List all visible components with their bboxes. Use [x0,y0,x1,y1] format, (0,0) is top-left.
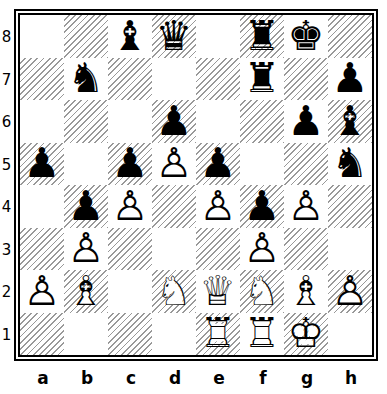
square-b8[interactable] [64,15,108,58]
rank-label-5: 5 [0,144,13,187]
black-pawn-c5: ♟ [112,143,149,184]
white-pawn-e4: ♙ [200,186,237,227]
square-e1[interactable]: ♖ [196,313,240,356]
white-pawn-f3: ♙ [244,228,281,269]
square-b2[interactable]: ♗ [64,270,108,313]
board-frame-outer: ♝♛♜♚♞♜♟♟♟♝♟♟♙♟♞♟♙♙♟♙♙♙♙♗♘♕♘♗♙♖♖♔ [14,9,378,361]
square-g3[interactable] [284,228,328,271]
square-e3[interactable] [196,228,240,271]
board-grid: ♝♛♜♚♞♜♟♟♟♝♟♟♙♟♞♟♙♙♟♙♙♙♙♗♘♕♘♗♙♖♖♔ [20,15,372,355]
square-a8[interactable] [20,15,64,58]
white-pawn-g4: ♙ [288,186,325,227]
square-b7[interactable]: ♞ [64,58,108,101]
square-f6[interactable] [240,100,284,143]
white-rook-e1: ♖ [200,313,237,354]
square-h6[interactable]: ♝ [328,100,372,143]
file-label-c: c [109,366,153,390]
square-a1[interactable] [20,313,64,356]
black-king-g8: ♚ [288,16,325,57]
black-pawn-a5: ♟ [24,143,61,184]
rank-label-6: 6 [0,101,13,144]
square-f5[interactable] [240,143,284,186]
square-f1[interactable]: ♖ [240,313,284,356]
board-frame-inner: ♝♛♜♚♞♜♟♟♟♝♟♟♙♟♞♟♙♙♟♙♙♙♙♗♘♕♘♗♙♖♖♔ [18,13,374,357]
black-rook-f8: ♜ [244,16,281,57]
square-f4[interactable]: ♟ [240,185,284,228]
black-pawn-b4: ♟ [68,186,105,227]
square-d4[interactable] [152,185,196,228]
white-rook-f1: ♖ [244,313,281,354]
square-c1[interactable] [108,313,152,356]
square-g7[interactable] [284,58,328,101]
square-h7[interactable]: ♟ [328,58,372,101]
square-f8[interactable]: ♜ [240,15,284,58]
square-b6[interactable] [64,100,108,143]
square-b3[interactable]: ♙ [64,228,108,271]
square-a2[interactable]: ♙ [20,270,64,313]
square-f3[interactable]: ♙ [240,228,284,271]
file-label-d: d [153,366,197,390]
square-g2[interactable]: ♗ [284,270,328,313]
square-b1[interactable] [64,313,108,356]
black-knight-h5: ♞ [332,143,369,184]
file-label-g: g [285,366,329,390]
square-h5[interactable]: ♞ [328,143,372,186]
square-c2[interactable] [108,270,152,313]
square-a6[interactable] [20,100,64,143]
rank-label-8: 8 [0,16,13,59]
square-a4[interactable] [20,185,64,228]
white-pawn-b3: ♙ [68,228,105,269]
square-g5[interactable] [284,143,328,186]
square-g4[interactable]: ♙ [284,185,328,228]
black-pawn-d6: ♟ [156,101,193,142]
rank-label-7: 7 [0,59,13,102]
rank-label-1: 1 [0,314,13,357]
square-h8[interactable] [328,15,372,58]
square-c6[interactable] [108,100,152,143]
square-c5[interactable]: ♟ [108,143,152,186]
square-e8[interactable] [196,15,240,58]
file-labels: abcdefgh [21,366,373,390]
square-h4[interactable] [328,185,372,228]
square-e2[interactable]: ♕ [196,270,240,313]
file-label-a: a [21,366,65,390]
square-d5[interactable]: ♙ [152,143,196,186]
square-d1[interactable] [152,313,196,356]
square-a5[interactable]: ♟ [20,143,64,186]
square-b5[interactable] [64,143,108,186]
square-g8[interactable]: ♚ [284,15,328,58]
square-e4[interactable]: ♙ [196,185,240,228]
black-rook-f7: ♜ [244,58,281,99]
square-h1[interactable] [328,313,372,356]
white-pawn-h2: ♙ [332,271,369,312]
rank-label-3: 3 [0,229,13,272]
square-c8[interactable]: ♝ [108,15,152,58]
square-g1[interactable]: ♔ [284,313,328,356]
black-pawn-e5: ♟ [200,143,237,184]
white-pawn-a2: ♙ [24,271,61,312]
chess-diagram: 87654321 ♝♛♜♚♞♜♟♟♟♝♟♟♙♟♞♟♙♙♟♙♙♙♙♗♘♕♘♗♙♖♖… [0,0,387,394]
square-b4[interactable]: ♟ [64,185,108,228]
square-c3[interactable] [108,228,152,271]
black-pawn-f4: ♟ [244,186,281,227]
file-label-h: h [329,366,373,390]
file-label-b: b [65,366,109,390]
rank-labels: 87654321 [0,16,13,356]
square-d8[interactable]: ♛ [152,15,196,58]
white-knight-d2: ♘ [156,271,193,312]
black-queen-d8: ♛ [156,16,193,57]
black-bishop-c8: ♝ [112,16,149,57]
white-king-g1: ♔ [288,313,325,354]
rank-label-4: 4 [0,186,13,229]
black-pawn-h7: ♟ [332,58,369,99]
square-h3[interactable] [328,228,372,271]
square-a7[interactable] [20,58,64,101]
white-knight-f2: ♘ [244,271,281,312]
rank-label-2: 2 [0,271,13,314]
white-bishop-b2: ♗ [68,271,105,312]
square-e7[interactable] [196,58,240,101]
file-label-e: e [197,366,241,390]
square-d3[interactable] [152,228,196,271]
square-f2[interactable]: ♘ [240,270,284,313]
black-pawn-g6: ♟ [288,101,325,142]
white-pawn-c4: ♙ [112,186,149,227]
file-label-f: f [241,366,285,390]
white-bishop-g2: ♗ [288,271,325,312]
square-c7[interactable] [108,58,152,101]
white-pawn-d5: ♙ [156,143,193,184]
black-knight-b7: ♞ [68,58,105,99]
square-h2[interactable]: ♙ [328,270,372,313]
black-bishop-h6: ♝ [332,101,369,142]
square-f7[interactable]: ♜ [240,58,284,101]
square-d7[interactable] [152,58,196,101]
square-d2[interactable]: ♘ [152,270,196,313]
white-queen-e2: ♕ [200,271,237,312]
square-g6[interactable]: ♟ [284,100,328,143]
square-c4[interactable]: ♙ [108,185,152,228]
square-d6[interactable]: ♟ [152,100,196,143]
square-e6[interactable] [196,100,240,143]
square-e5[interactable]: ♟ [196,143,240,186]
square-a3[interactable] [20,228,64,271]
